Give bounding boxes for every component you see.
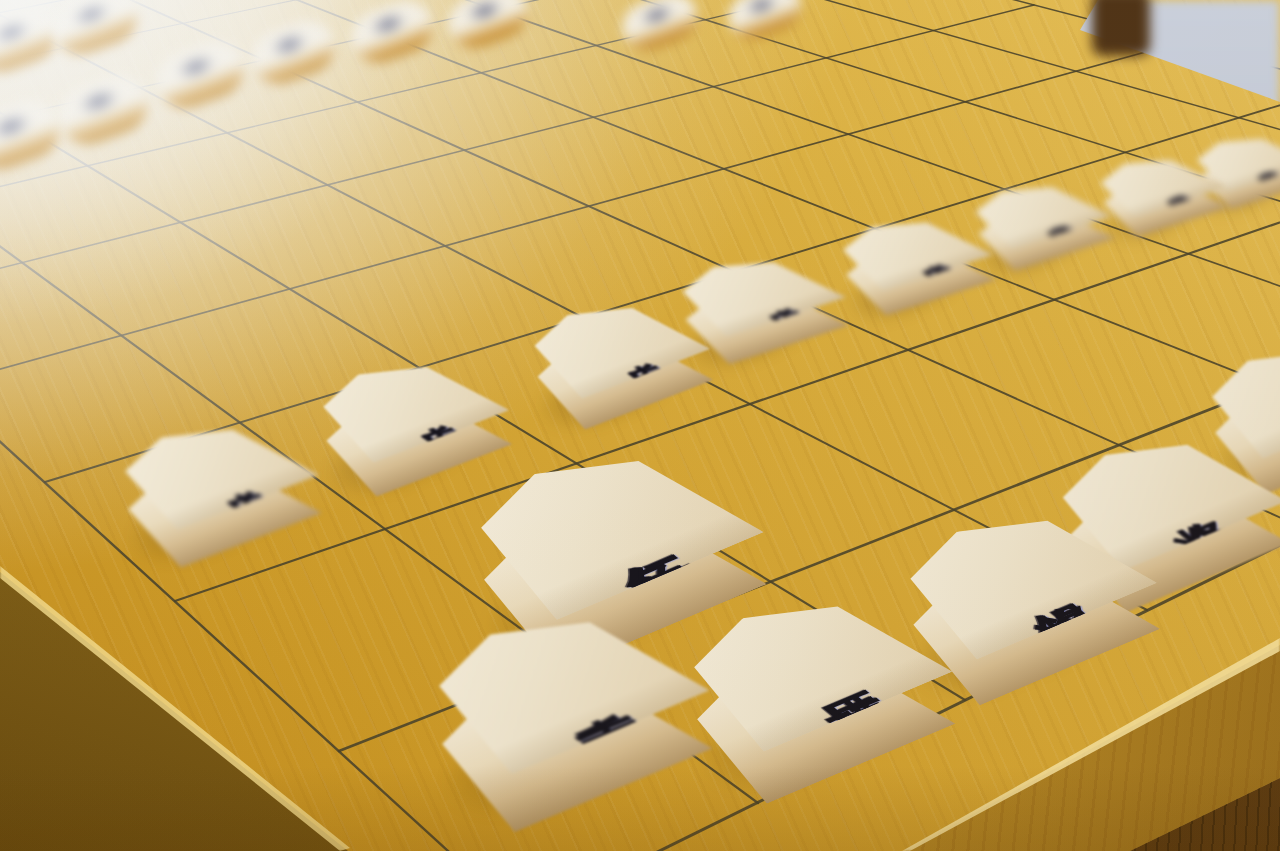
photo-vignette xyxy=(0,0,1280,851)
shogi-photo-scene: 歩兵 歩兵 歩兵 歩兵 歩兵 歩兵 王将 歩兵 歩兵 金将 角行 銀将 桂馬 香… xyxy=(0,0,1280,851)
